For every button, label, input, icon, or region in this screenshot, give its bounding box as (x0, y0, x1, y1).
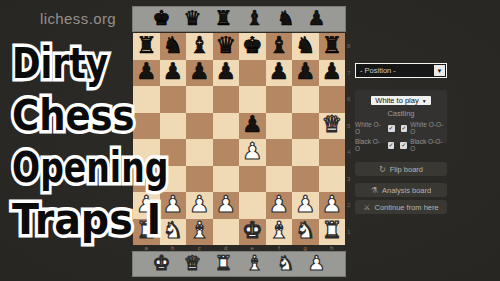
square-f4[interactable] (266, 139, 293, 166)
continue-from-here-button[interactable]: ⚔ Continue from here (355, 200, 447, 214)
file-label-g: g (292, 245, 319, 252)
black-pawn[interactable]: ♟ (321, 60, 342, 83)
square-h6[interactable] (319, 86, 346, 113)
square-a7[interactable]: ♟ (133, 60, 160, 87)
spare-black-king[interactable]: ♚ (146, 7, 177, 31)
spare-black-pawn[interactable]: ♟ (301, 7, 332, 31)
square-h2[interactable]: ♟ (319, 192, 346, 219)
black-bishop[interactable]: ♝ (268, 34, 289, 57)
black-pawn[interactable]: ♟ (215, 60, 236, 83)
square-c6[interactable] (186, 86, 213, 113)
square-e5[interactable]: ♟ (239, 113, 266, 140)
white-queen[interactable]: ♛ (321, 113, 342, 136)
chevron-down-icon: ▼ (422, 98, 427, 104)
square-h8[interactable]: ♜ (319, 33, 346, 60)
square-e4[interactable]: ♟ (239, 139, 266, 166)
square-c8[interactable]: ♝ (186, 33, 213, 60)
white-knight[interactable]: ♞ (277, 253, 295, 273)
square-e3[interactable] (239, 166, 266, 193)
chevron-down-icon: ▼ (434, 65, 445, 76)
square-b2[interactable]: ♟ (160, 192, 187, 219)
rank-label-2: 2 (347, 192, 354, 219)
white-king[interactable]: ♚ (153, 253, 171, 273)
square-d1[interactable] (213, 219, 240, 246)
rank-label-8: 8 (347, 33, 354, 60)
black-bishop[interactable]: ♝ (246, 8, 264, 28)
overlay-line-1: Dirty (12, 38, 108, 88)
turn-select-label: White to play (375, 96, 418, 105)
castling-panel: White to play ▼ Castling White O-O ✓ ✓ W… (355, 90, 447, 143)
castling-row-white: White O-O ✓ ✓ White O-O-O (355, 121, 447, 135)
square-h7[interactable]: ♟ (319, 60, 346, 87)
flip-board-label: Flip board (390, 165, 423, 174)
black-kingside-label: Black O-O (355, 138, 385, 152)
black-rook[interactable]: ♜ (215, 8, 233, 28)
white-king[interactable]: ♚ (242, 219, 263, 242)
square-d3[interactable] (213, 166, 240, 193)
square-g3[interactable] (292, 166, 319, 193)
square-d8[interactable]: ♛ (213, 33, 240, 60)
analysis-board-label: Analysis board (382, 186, 431, 195)
square-a2[interactable]: ♟ (133, 192, 160, 219)
square-c1[interactable]: ♝ (186, 219, 213, 246)
castling-title: Castling (387, 109, 414, 118)
file-label-c: c (186, 245, 213, 252)
black-pawn[interactable]: ♟ (162, 60, 183, 83)
black-pawn[interactable]: ♟ (268, 60, 289, 83)
white-queen[interactable]: ♛ (184, 253, 202, 273)
white-kingside-label: White O-O (355, 121, 385, 135)
square-e8[interactable]: ♚ (239, 33, 266, 60)
white-rook[interactable]: ♜ (321, 219, 342, 242)
square-e6[interactable] (239, 86, 266, 113)
square-h3[interactable] (319, 166, 346, 193)
square-a4[interactable] (133, 139, 160, 166)
square-f1[interactable]: ♝ (266, 219, 293, 246)
black-king[interactable]: ♚ (153, 8, 171, 28)
square-b6[interactable] (160, 86, 187, 113)
square-a5[interactable] (133, 113, 160, 140)
square-c5[interactable] (186, 113, 213, 140)
spare-white-knight[interactable]: ♞ (270, 252, 301, 276)
spare-black-rook[interactable]: ♜ (208, 7, 239, 31)
white-bishop[interactable]: ♝ (246, 253, 264, 273)
black-bishop[interactable]: ♝ (189, 34, 210, 57)
black-queen[interactable]: ♛ (215, 34, 236, 57)
white-pawn[interactable]: ♟ (136, 193, 157, 216)
black-knight[interactable]: ♞ (277, 8, 295, 28)
black-queenside-label: Black O-O-O (410, 138, 447, 152)
spare-white-rook[interactable]: ♜ (208, 252, 239, 276)
black-rook[interactable]: ♜ (136, 34, 157, 57)
position-select[interactable]: - Position - ▼ (355, 63, 447, 78)
white-knight[interactable]: ♞ (162, 219, 183, 242)
rank-coordinates: 87654321 (347, 33, 354, 245)
square-c4[interactable] (186, 139, 213, 166)
white-rook[interactable]: ♜ (136, 219, 157, 242)
black-pawn[interactable]: ♟ (136, 60, 157, 83)
square-f6[interactable] (266, 86, 293, 113)
turn-select[interactable]: White to play ▼ (371, 96, 430, 105)
white-pawn[interactable]: ♟ (215, 193, 236, 216)
flip-board-button[interactable]: ↻ Flip board (355, 162, 447, 176)
square-f8[interactable]: ♝ (266, 33, 293, 60)
black-knight[interactable]: ♞ (162, 34, 183, 57)
black-pawn[interactable]: ♟ (189, 60, 210, 83)
file-label-d: d (213, 245, 240, 252)
file-label-e: e (239, 245, 266, 252)
square-a8[interactable]: ♜ (133, 33, 160, 60)
white-pawn[interactable]: ♟ (162, 193, 183, 216)
square-g1[interactable]: ♞ (292, 219, 319, 246)
black-queenside-checkbox[interactable]: ✓ (400, 142, 407, 149)
square-a1[interactable]: ♜ (133, 219, 160, 246)
white-kingside-checkbox[interactable]: ✓ (388, 125, 395, 132)
square-d6[interactable] (213, 86, 240, 113)
square-f7[interactable]: ♟ (266, 60, 293, 87)
file-label-b: b (160, 245, 187, 252)
square-b3[interactable] (160, 166, 187, 193)
spare-white-pawn[interactable]: ♟ (301, 252, 332, 276)
square-f2[interactable]: ♟ (266, 192, 293, 219)
square-d7[interactable]: ♟ (213, 60, 240, 87)
white-knight[interactable]: ♞ (295, 219, 316, 242)
spare-white-queen[interactable]: ♛ (177, 252, 208, 276)
flip-icon: ↻ (379, 165, 386, 174)
spare-black-knight[interactable]: ♞ (270, 7, 301, 31)
site-logo[interactable]: lichess.org (40, 10, 116, 27)
black-rook[interactable]: ♜ (321, 34, 342, 57)
square-e7[interactable] (239, 60, 266, 87)
black-pawn[interactable]: ♟ (295, 60, 316, 83)
white-pawn[interactable]: ♟ (268, 193, 289, 216)
square-g2[interactable]: ♟ (292, 192, 319, 219)
square-g5[interactable] (292, 113, 319, 140)
square-f3[interactable] (266, 166, 293, 193)
white-pawn[interactable]: ♟ (308, 253, 326, 273)
black-pawn[interactable]: ♟ (308, 8, 326, 28)
rank-label-4: 4 (347, 139, 354, 166)
crossed-swords-icon: ⚔ (363, 203, 370, 212)
page: lichess.org ♚♛♜♝♞♟ ♜♞♝♛♚♝♞♜♟♟♟♟♟♟♟♟♛♟♟♟♟… (0, 0, 500, 281)
continue-from-here-label: Continue from here (374, 203, 438, 212)
rank-label-5: 5 (347, 113, 354, 140)
black-queen[interactable]: ♛ (184, 8, 202, 28)
square-e1[interactable]: ♚ (239, 219, 266, 246)
black-king[interactable]: ♚ (242, 34, 263, 57)
square-d2[interactable]: ♟ (213, 192, 240, 219)
white-bishop[interactable]: ♝ (189, 219, 210, 242)
castling-row-black: Black O-O ✓ ✓ Black O-O-O (355, 138, 447, 152)
white-rook[interactable]: ♜ (215, 253, 233, 273)
square-g4[interactable] (292, 139, 319, 166)
file-label-f: f (266, 245, 293, 252)
white-pawn[interactable]: ♟ (321, 193, 342, 216)
white-bishop[interactable]: ♝ (268, 219, 289, 242)
position-select-label: - Position - (356, 66, 434, 75)
square-b4[interactable] (160, 139, 187, 166)
square-d5[interactable] (213, 113, 240, 140)
black-kingside-checkbox[interactable]: ✓ (388, 142, 395, 149)
spare-pieces-white-tray: ♚♛♜♝♞♟ (133, 252, 345, 276)
white-pawn[interactable]: ♟ (295, 193, 316, 216)
square-g8[interactable]: ♞ (292, 33, 319, 60)
analysis-board-button[interactable]: ⚗ Analysis board (355, 183, 447, 197)
square-b8[interactable]: ♞ (160, 33, 187, 60)
spare-white-bishop[interactable]: ♝ (239, 252, 270, 276)
chess-board: ♜♞♝♛♚♝♞♜♟♟♟♟♟♟♟♟♛♟♟♟♟♟♟♟♟♜♞♝♚♝♞♜ (133, 33, 345, 245)
square-c3[interactable] (186, 166, 213, 193)
square-b5[interactable] (160, 113, 187, 140)
rank-label-6: 6 (347, 86, 354, 113)
white-pawn[interactable]: ♟ (242, 140, 263, 163)
square-h1[interactable]: ♜ (319, 219, 346, 246)
square-c7[interactable]: ♟ (186, 60, 213, 87)
square-a3[interactable] (133, 166, 160, 193)
square-e2[interactable] (239, 192, 266, 219)
white-queenside-label: White O-O-O (410, 121, 447, 135)
spare-white-king[interactable]: ♚ (146, 252, 177, 276)
spare-black-queen[interactable]: ♛ (177, 7, 208, 31)
rank-label-3: 3 (347, 166, 354, 193)
square-f5[interactable] (266, 113, 293, 140)
square-d4[interactable] (213, 139, 240, 166)
file-label-a: a (133, 245, 160, 252)
square-a6[interactable] (133, 86, 160, 113)
rank-label-1: 1 (347, 219, 354, 246)
square-h4[interactable] (319, 139, 346, 166)
white-queenside-checkbox[interactable]: ✓ (401, 125, 408, 132)
square-h5[interactable]: ♛ (319, 113, 346, 140)
square-g7[interactable]: ♟ (292, 60, 319, 87)
spare-black-bishop[interactable]: ♝ (239, 7, 270, 31)
square-b1[interactable]: ♞ (160, 219, 187, 246)
black-knight[interactable]: ♞ (295, 34, 316, 57)
square-g6[interactable] (292, 86, 319, 113)
file-label-h: h (319, 245, 346, 252)
square-b7[interactable]: ♟ (160, 60, 187, 87)
white-pawn[interactable]: ♟ (189, 193, 210, 216)
microscope-icon: ⚗ (371, 186, 378, 195)
black-pawn[interactable]: ♟ (242, 113, 263, 136)
rank-label-7: 7 (347, 60, 354, 87)
overlay-line-2: Chess (12, 90, 135, 140)
spare-pieces-black-tray: ♚♛♜♝♞♟ (133, 7, 345, 31)
file-coordinates: abcdefgh (133, 245, 345, 252)
square-c2[interactable]: ♟ (186, 192, 213, 219)
